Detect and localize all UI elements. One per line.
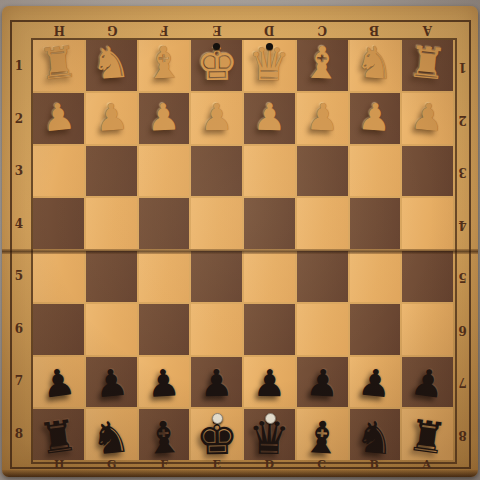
rank-label-left-6: 6 bbox=[8, 303, 30, 356]
square-a1[interactable]: ♜ bbox=[402, 40, 453, 91]
square-h4[interactable] bbox=[33, 198, 84, 249]
square-e7[interactable]: ♟ bbox=[191, 357, 242, 408]
square-g8[interactable]: ♞ bbox=[86, 409, 137, 460]
square-a4[interactable] bbox=[402, 198, 453, 249]
piece-black-knight[interactable]: ♞ bbox=[353, 414, 396, 462]
rank-label-left-5: 5 bbox=[8, 250, 30, 303]
piece-white-pawn[interactable]: ♟ bbox=[357, 98, 393, 137]
square-c5[interactable] bbox=[297, 251, 348, 302]
board-fold-seam bbox=[2, 249, 478, 254]
piece-black-bishop[interactable]: ♝ bbox=[301, 415, 343, 461]
square-f4[interactable] bbox=[139, 198, 190, 249]
square-c7[interactable]: ♟ bbox=[297, 357, 348, 408]
piece-black-rook[interactable]: ♜ bbox=[406, 414, 450, 462]
square-a3[interactable] bbox=[402, 146, 453, 197]
piece-white-rook[interactable]: ♜ bbox=[406, 40, 449, 87]
piece-white-knight[interactable]: ♞ bbox=[90, 40, 132, 87]
piece-black-pawn[interactable]: ♟ bbox=[409, 363, 447, 404]
square-d8[interactable]: ♛ bbox=[244, 409, 295, 460]
piece-white-bishop[interactable]: ♝ bbox=[301, 41, 342, 87]
rank-label-left-4: 4 bbox=[8, 198, 30, 251]
rank-label-left-2: 2 bbox=[8, 93, 30, 146]
piece-black-knight[interactable]: ♞ bbox=[89, 414, 132, 462]
piece-white-bishop[interactable]: ♝ bbox=[143, 41, 184, 87]
finial-black-dot bbox=[266, 43, 273, 50]
square-f5[interactable] bbox=[139, 251, 190, 302]
square-g4[interactable] bbox=[86, 198, 137, 249]
chess-board: HGFEDCBA HGFEDCBA 12345678 12345678 ♜♞♝♚… bbox=[2, 6, 478, 477]
square-a6[interactable] bbox=[402, 304, 453, 355]
square-d6[interactable] bbox=[244, 304, 295, 355]
photo-scene: HGFEDCBA HGFEDCBA 12345678 12345678 ♜♞♝♚… bbox=[0, 0, 480, 480]
file-label-top-a: A bbox=[401, 22, 454, 39]
square-h3[interactable] bbox=[33, 146, 84, 197]
square-d7[interactable]: ♟ bbox=[244, 357, 295, 408]
piece-white-pawn[interactable]: ♟ bbox=[200, 98, 234, 135]
piece-white-pawn[interactable]: ♟ bbox=[409, 97, 446, 137]
piece-black-pawn[interactable]: ♟ bbox=[39, 363, 77, 404]
piece-black-pawn[interactable]: ♟ bbox=[146, 364, 181, 403]
piece-white-pawn[interactable]: ♟ bbox=[40, 97, 77, 137]
square-f3[interactable] bbox=[139, 146, 190, 197]
rank-label-left-8: 8 bbox=[8, 408, 30, 461]
piece-black-bishop[interactable]: ♝ bbox=[143, 415, 185, 461]
square-g7[interactable]: ♟ bbox=[86, 357, 137, 408]
square-e4[interactable] bbox=[191, 198, 242, 249]
square-g6[interactable] bbox=[86, 304, 137, 355]
square-e5[interactable] bbox=[191, 251, 242, 302]
square-d4[interactable] bbox=[244, 198, 295, 249]
rank-label-right-4: 4 bbox=[455, 198, 470, 251]
square-h6[interactable] bbox=[33, 304, 84, 355]
square-d5[interactable] bbox=[244, 251, 295, 302]
rank-label-right-5: 5 bbox=[455, 250, 470, 303]
piece-white-pawn[interactable]: ♟ bbox=[93, 98, 129, 137]
rank-label-right-2: 2 bbox=[455, 93, 470, 146]
square-g3[interactable] bbox=[86, 146, 137, 197]
rank-label-right-6: 6 bbox=[455, 303, 470, 356]
square-g1[interactable]: ♞ bbox=[86, 40, 137, 91]
square-a7[interactable]: ♟ bbox=[402, 357, 453, 408]
square-g2[interactable]: ♟ bbox=[86, 93, 137, 144]
square-d3[interactable] bbox=[244, 146, 295, 197]
piece-white-pawn[interactable]: ♟ bbox=[253, 98, 287, 135]
square-c4[interactable] bbox=[297, 198, 348, 249]
square-b6[interactable] bbox=[350, 304, 401, 355]
square-c1[interactable]: ♝ bbox=[297, 40, 348, 91]
square-e3[interactable] bbox=[191, 146, 242, 197]
rank-label-left-7: 7 bbox=[8, 355, 30, 408]
piece-black-pawn[interactable]: ♟ bbox=[200, 365, 234, 403]
rank-label-left-1: 1 bbox=[8, 40, 30, 93]
rank-label-right-3: 3 bbox=[455, 145, 470, 198]
square-e2[interactable]: ♟ bbox=[191, 93, 242, 144]
square-h1[interactable]: ♜ bbox=[33, 40, 84, 91]
square-f8[interactable]: ♝ bbox=[139, 409, 190, 460]
piece-black-pawn[interactable]: ♟ bbox=[93, 364, 130, 404]
piece-white-knight[interactable]: ♞ bbox=[354, 40, 396, 87]
square-b8[interactable]: ♞ bbox=[350, 409, 401, 460]
rank-label-left-3: 3 bbox=[8, 145, 30, 198]
square-f6[interactable] bbox=[139, 304, 190, 355]
square-g5[interactable] bbox=[86, 251, 137, 302]
square-c6[interactable] bbox=[297, 304, 348, 355]
square-b5[interactable] bbox=[350, 251, 401, 302]
square-f2[interactable]: ♟ bbox=[139, 93, 190, 144]
rank-label-right-8: 8 bbox=[455, 408, 470, 461]
square-b4[interactable] bbox=[350, 198, 401, 249]
square-c2[interactable]: ♟ bbox=[297, 93, 348, 144]
square-b2[interactable]: ♟ bbox=[350, 93, 401, 144]
piece-white-pawn[interactable]: ♟ bbox=[305, 98, 340, 136]
square-d2[interactable]: ♟ bbox=[244, 93, 295, 144]
square-f1[interactable]: ♝ bbox=[139, 40, 190, 91]
square-c3[interactable] bbox=[297, 146, 348, 197]
square-a8[interactable]: ♜ bbox=[402, 409, 453, 460]
file-labels-top: HGFEDCBA bbox=[33, 22, 453, 39]
square-f7[interactable]: ♟ bbox=[139, 357, 190, 408]
square-h2[interactable]: ♟ bbox=[33, 93, 84, 144]
piece-white-rook[interactable]: ♜ bbox=[37, 40, 80, 87]
square-d1[interactable]: ♛ bbox=[244, 40, 295, 91]
square-e6[interactable] bbox=[191, 304, 242, 355]
rank-label-right-7: 7 bbox=[455, 355, 470, 408]
piece-black-pawn[interactable]: ♟ bbox=[252, 365, 286, 403]
piece-black-pawn[interactable]: ♟ bbox=[357, 364, 394, 404]
square-b3[interactable] bbox=[350, 146, 401, 197]
square-h8[interactable]: ♜ bbox=[33, 409, 84, 460]
square-a2[interactable]: ♟ bbox=[402, 93, 453, 144]
file-label-top-h: H bbox=[33, 22, 86, 39]
piece-black-pawn[interactable]: ♟ bbox=[304, 364, 339, 403]
square-e8[interactable]: ♚ bbox=[191, 409, 242, 460]
piece-white-pawn[interactable]: ♟ bbox=[147, 98, 182, 136]
square-a5[interactable] bbox=[402, 251, 453, 302]
square-e1[interactable]: ♚ bbox=[191, 40, 242, 91]
rank-label-right-1: 1 bbox=[455, 40, 470, 93]
square-h5[interactable] bbox=[33, 251, 84, 302]
square-b1[interactable]: ♞ bbox=[350, 40, 401, 91]
square-h7[interactable]: ♟ bbox=[33, 357, 84, 408]
piece-black-rook[interactable]: ♜ bbox=[36, 414, 80, 462]
square-b7[interactable]: ♟ bbox=[350, 357, 401, 408]
square-c8[interactable]: ♝ bbox=[297, 409, 348, 460]
